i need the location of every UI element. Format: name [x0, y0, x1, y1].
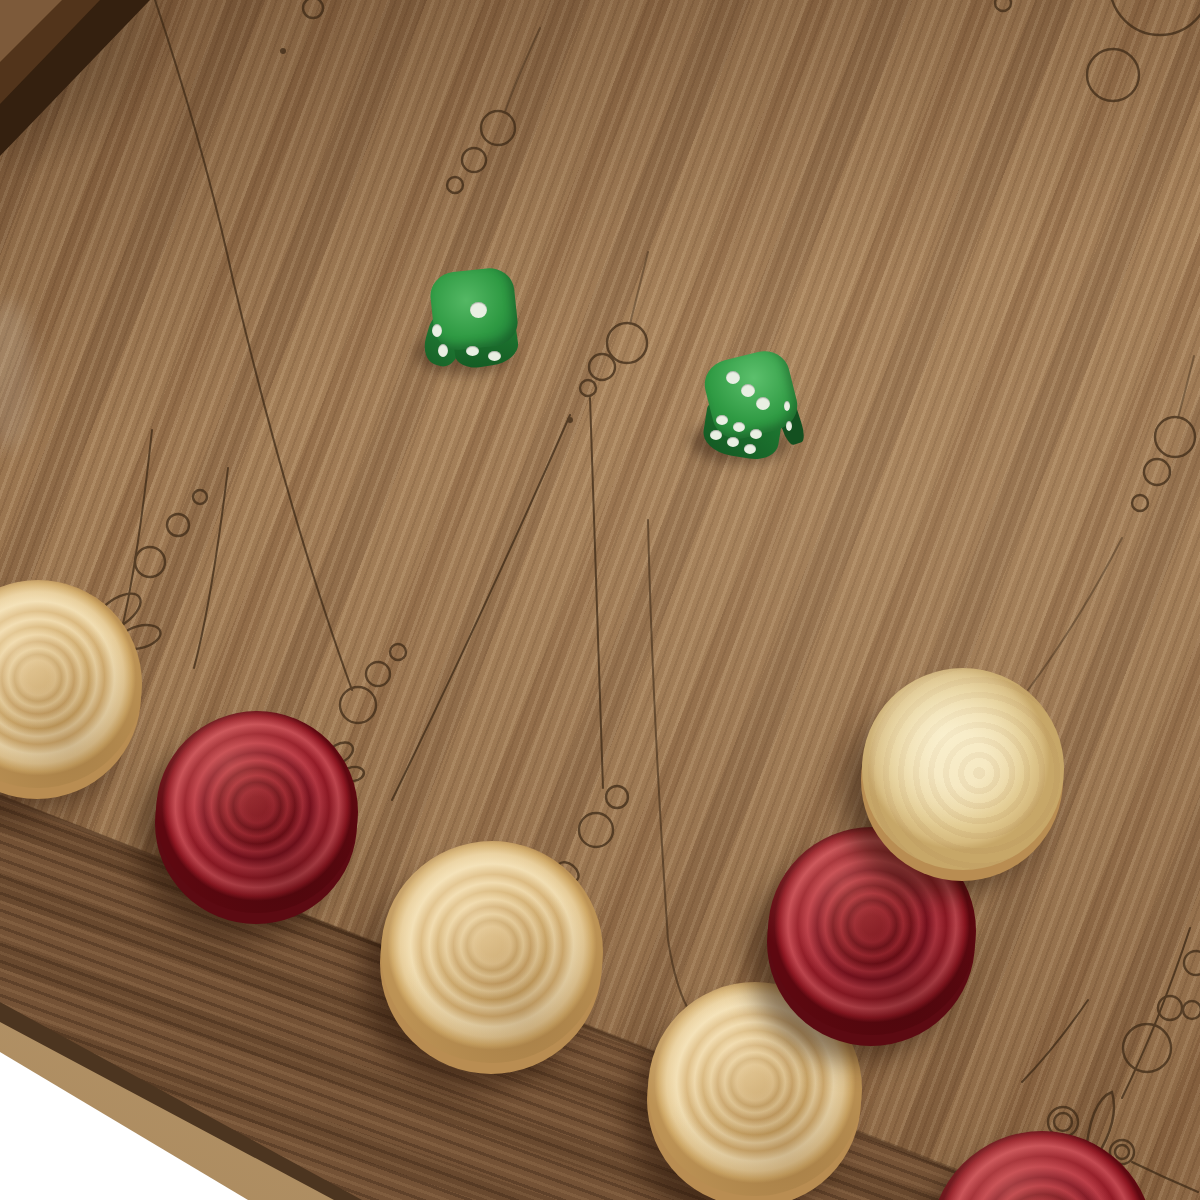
checker-natural-flipped[interactable] — [862, 668, 1064, 870]
checker-face — [930, 1131, 1154, 1200]
checker-natural[interactable] — [0, 580, 142, 788]
checker-red[interactable] — [156, 711, 358, 913]
die-pip — [756, 397, 770, 410]
die-pip — [432, 324, 442, 337]
die-pip — [466, 346, 479, 356]
die-pip — [470, 302, 487, 318]
checker-face — [862, 668, 1064, 870]
die-showing-1[interactable] — [424, 266, 532, 370]
die-pip — [744, 444, 756, 454]
die-pip — [784, 401, 790, 411]
checker-red[interactable] — [930, 1131, 1154, 1200]
die-pip — [727, 437, 739, 447]
die-pip — [786, 421, 792, 431]
die-pip — [733, 422, 745, 432]
die-pip — [741, 384, 755, 397]
die-pip — [750, 429, 762, 439]
checker-natural[interactable] — [381, 841, 603, 1063]
die-pip — [726, 371, 740, 384]
checker-face — [381, 841, 603, 1063]
die-pip — [716, 415, 728, 425]
checker-face — [0, 580, 142, 788]
die-pip — [710, 430, 722, 440]
die-pip — [488, 351, 501, 361]
backgammon-board-photo — [0, 0, 1200, 1200]
checker-face — [156, 711, 358, 913]
die-showing-3[interactable] — [700, 349, 804, 459]
die-pip — [438, 344, 448, 357]
